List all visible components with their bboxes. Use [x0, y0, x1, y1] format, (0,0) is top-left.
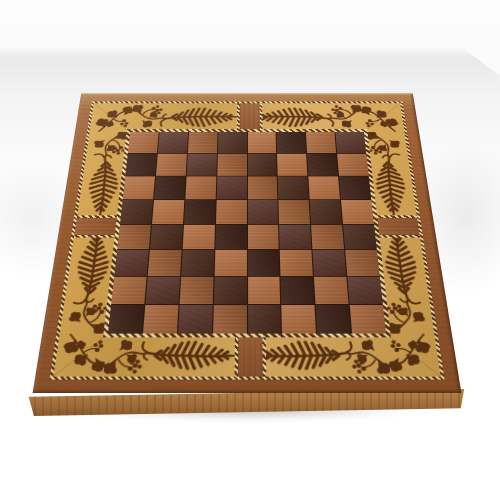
square-c4[interactable] [182, 224, 214, 249]
square-h1[interactable] [350, 305, 386, 334]
square-b2[interactable] [145, 277, 180, 304]
square-b4[interactable] [150, 224, 183, 249]
square-h7[interactable] [337, 154, 368, 176]
game-board [33, 93, 462, 393]
square-c7[interactable] [186, 154, 216, 176]
ivy-corner-inlay-bottom-left [53, 334, 108, 377]
ivy-corner-inlay-top-left [90, 103, 134, 132]
square-c8[interactable] [188, 132, 218, 153]
square-b7[interactable] [156, 154, 187, 176]
square-b1[interactable] [143, 305, 178, 334]
square-a4[interactable] [117, 224, 151, 249]
square-d3[interactable] [214, 250, 246, 276]
square-h3[interactable] [345, 250, 379, 276]
square-g6[interactable] [309, 176, 340, 199]
ivy-corner-inlay-bottom-right [386, 334, 441, 377]
square-d2[interactable] [213, 277, 246, 304]
square-e1[interactable] [248, 305, 282, 334]
square-g5[interactable] [310, 200, 342, 224]
square-c1[interactable] [178, 305, 213, 334]
square-e2[interactable] [248, 277, 281, 304]
square-d6[interactable] [216, 176, 246, 199]
border-divider-right [373, 215, 420, 237]
square-c3[interactable] [181, 250, 214, 276]
checkerboard-grid [108, 132, 386, 334]
square-f5[interactable] [279, 200, 311, 224]
square-b5[interactable] [152, 200, 184, 224]
square-d5[interactable] [216, 200, 247, 224]
border-divider-bottom [235, 334, 267, 377]
square-e3[interactable] [248, 250, 280, 276]
square-d1[interactable] [213, 305, 247, 334]
square-a7[interactable] [125, 154, 156, 176]
square-e7[interactable] [247, 154, 277, 176]
square-e6[interactable] [247, 176, 277, 199]
square-h4[interactable] [343, 224, 377, 249]
square-h2[interactable] [348, 277, 383, 304]
border-divider-top [237, 103, 263, 132]
square-d4[interactable] [215, 224, 247, 249]
square-a3[interactable] [114, 250, 148, 276]
checkerboard [103, 129, 391, 337]
square-f7[interactable] [277, 154, 307, 176]
square-a8[interactable] [128, 132, 159, 153]
square-g1[interactable] [316, 305, 351, 334]
photo-backdrop [0, 0, 500, 500]
square-a2[interactable] [111, 277, 146, 304]
square-g7[interactable] [307, 154, 338, 176]
square-d8[interactable] [218, 132, 247, 153]
square-g2[interactable] [314, 277, 349, 304]
square-c5[interactable] [184, 200, 216, 224]
square-h5[interactable] [341, 200, 374, 224]
square-f6[interactable] [278, 176, 309, 199]
square-e8[interactable] [247, 132, 276, 153]
square-g8[interactable] [306, 132, 336, 153]
square-d7[interactable] [217, 154, 247, 176]
square-b8[interactable] [158, 132, 188, 153]
square-a5[interactable] [120, 200, 153, 224]
square-f2[interactable] [281, 277, 315, 304]
square-f4[interactable] [279, 224, 311, 249]
board-perspective [33, 93, 462, 393]
square-b6[interactable] [154, 176, 185, 199]
square-h8[interactable] [335, 132, 366, 153]
square-f8[interactable] [277, 132, 307, 153]
square-h6[interactable] [339, 176, 371, 199]
square-b3[interactable] [148, 250, 182, 276]
square-f1[interactable] [282, 305, 317, 334]
square-g3[interactable] [313, 250, 347, 276]
square-e5[interactable] [247, 200, 278, 224]
square-a6[interactable] [123, 176, 155, 199]
square-a1[interactable] [108, 305, 144, 334]
square-e4[interactable] [248, 224, 280, 249]
square-g4[interactable] [311, 224, 344, 249]
ivy-corner-inlay-top-right [361, 103, 405, 132]
backdrop-seam-highlight [412, 28, 500, 76]
square-c6[interactable] [185, 176, 216, 199]
square-c2[interactable] [179, 277, 213, 304]
square-f3[interactable] [280, 250, 313, 276]
